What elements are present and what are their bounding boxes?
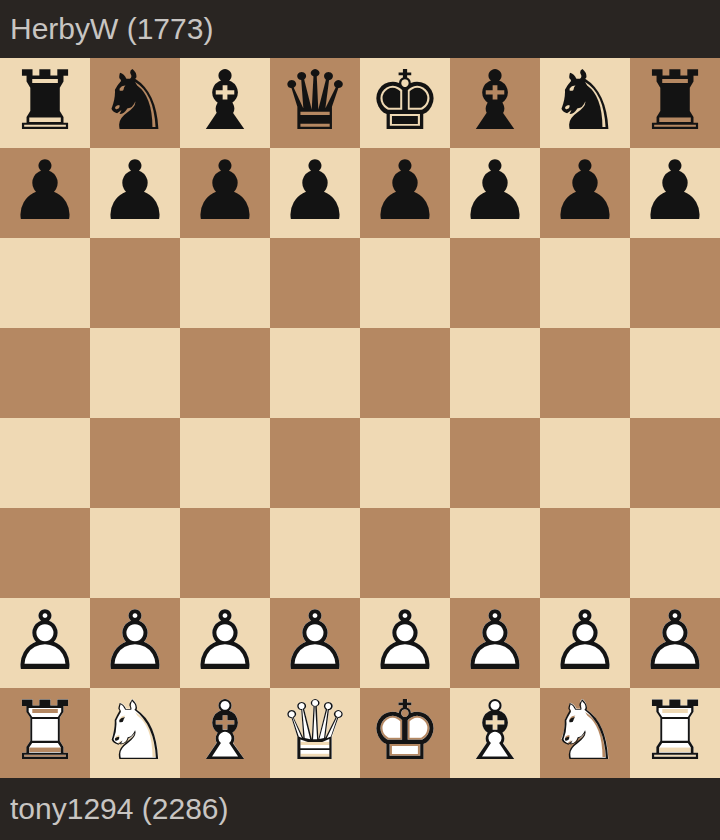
square-h3[interactable] (630, 508, 720, 598)
square-b5[interactable] (90, 328, 180, 418)
square-h1[interactable]: ♜♖ (630, 688, 720, 778)
square-g4[interactable] (540, 418, 630, 508)
white-pawn[interactable]: ♟♙ (0, 598, 90, 688)
square-a1[interactable]: ♜♖ (0, 688, 90, 778)
white-bishop[interactable]: ♝♗ (450, 688, 540, 778)
black-pawn[interactable]: ♟ (360, 148, 450, 238)
square-a6[interactable] (0, 238, 90, 328)
square-g7[interactable]: ♟ (540, 148, 630, 238)
square-g5[interactable] (540, 328, 630, 418)
square-b1[interactable]: ♞♘ (90, 688, 180, 778)
square-a3[interactable] (0, 508, 90, 598)
white-rook[interactable]: ♜♖ (0, 688, 90, 778)
square-g6[interactable] (540, 238, 630, 328)
black-pawn[interactable]: ♟ (540, 148, 630, 238)
black-bishop[interactable]: ♝ (180, 58, 270, 148)
square-e1[interactable]: ♚♔ (360, 688, 450, 778)
black-rook[interactable]: ♜ (0, 58, 90, 148)
square-c5[interactable] (180, 328, 270, 418)
square-c3[interactable] (180, 508, 270, 598)
square-h4[interactable] (630, 418, 720, 508)
square-e8[interactable]: ♚ (360, 58, 450, 148)
black-knight[interactable]: ♞ (90, 58, 180, 148)
square-c2[interactable]: ♟♙ (180, 598, 270, 688)
square-h5[interactable] (630, 328, 720, 418)
square-c1[interactable]: ♝♗ (180, 688, 270, 778)
white-pawn[interactable]: ♟♙ (540, 598, 630, 688)
square-f5[interactable] (450, 328, 540, 418)
square-f2[interactable]: ♟♙ (450, 598, 540, 688)
square-d4[interactable] (270, 418, 360, 508)
square-d5[interactable] (270, 328, 360, 418)
square-e4[interactable] (360, 418, 450, 508)
square-g3[interactable] (540, 508, 630, 598)
square-b3[interactable] (90, 508, 180, 598)
square-b4[interactable] (90, 418, 180, 508)
square-d7[interactable]: ♟ (270, 148, 360, 238)
square-f7[interactable]: ♟ (450, 148, 540, 238)
black-rook[interactable]: ♜ (630, 58, 720, 148)
square-c6[interactable] (180, 238, 270, 328)
chess-app: HerbyW (1773) ♜♞♝♛♚♝♞♜♟♟♟♟♟♟♟♟♟♙♟♙♟♙♟♙♟♙… (0, 0, 720, 840)
black-knight[interactable]: ♞ (540, 58, 630, 148)
bottom-player-name: tony1294 (2286) (10, 792, 229, 826)
square-h7[interactable]: ♟ (630, 148, 720, 238)
black-pawn[interactable]: ♟ (630, 148, 720, 238)
chess-board[interactable]: ♜♞♝♛♚♝♞♜♟♟♟♟♟♟♟♟♟♙♟♙♟♙♟♙♟♙♟♙♟♙♟♙♜♖♞♘♝♗♛♕… (0, 58, 720, 778)
top-player-name: HerbyW (1773) (10, 12, 213, 46)
square-c4[interactable] (180, 418, 270, 508)
square-d2[interactable]: ♟♙ (270, 598, 360, 688)
square-d1[interactable]: ♛♕ (270, 688, 360, 778)
black-pawn[interactable]: ♟ (0, 148, 90, 238)
square-b6[interactable] (90, 238, 180, 328)
square-b8[interactable]: ♞ (90, 58, 180, 148)
bottom-player-bar: tony1294 (2286) (0, 778, 720, 840)
square-b7[interactable]: ♟ (90, 148, 180, 238)
square-h8[interactable]: ♜ (630, 58, 720, 148)
black-king[interactable]: ♚ (360, 58, 450, 148)
white-bishop[interactable]: ♝♗ (180, 688, 270, 778)
square-h2[interactable]: ♟♙ (630, 598, 720, 688)
square-g1[interactable]: ♞♘ (540, 688, 630, 778)
square-g2[interactable]: ♟♙ (540, 598, 630, 688)
square-f1[interactable]: ♝♗ (450, 688, 540, 778)
square-f8[interactable]: ♝ (450, 58, 540, 148)
white-pawn[interactable]: ♟♙ (630, 598, 720, 688)
white-queen[interactable]: ♛♕ (270, 688, 360, 778)
white-pawn[interactable]: ♟♙ (450, 598, 540, 688)
white-pawn[interactable]: ♟♙ (90, 598, 180, 688)
square-h6[interactable] (630, 238, 720, 328)
square-a7[interactable]: ♟ (0, 148, 90, 238)
square-d8[interactable]: ♛ (270, 58, 360, 148)
square-a5[interactable] (0, 328, 90, 418)
square-a2[interactable]: ♟♙ (0, 598, 90, 688)
square-b2[interactable]: ♟♙ (90, 598, 180, 688)
white-pawn[interactable]: ♟♙ (270, 598, 360, 688)
black-pawn[interactable]: ♟ (90, 148, 180, 238)
white-knight[interactable]: ♞♘ (90, 688, 180, 778)
top-player-bar: HerbyW (1773) (0, 0, 720, 58)
square-c7[interactable]: ♟ (180, 148, 270, 238)
square-d6[interactable] (270, 238, 360, 328)
white-pawn[interactable]: ♟♙ (180, 598, 270, 688)
black-pawn[interactable]: ♟ (450, 148, 540, 238)
square-f4[interactable] (450, 418, 540, 508)
white-rook[interactable]: ♜♖ (630, 688, 720, 778)
black-pawn[interactable]: ♟ (180, 148, 270, 238)
black-pawn[interactable]: ♟ (270, 148, 360, 238)
square-e2[interactable]: ♟♙ (360, 598, 450, 688)
square-f6[interactable] (450, 238, 540, 328)
square-a4[interactable] (0, 418, 90, 508)
black-queen[interactable]: ♛ (270, 58, 360, 148)
square-c8[interactable]: ♝ (180, 58, 270, 148)
square-e7[interactable]: ♟ (360, 148, 450, 238)
square-e6[interactable] (360, 238, 450, 328)
square-e3[interactable] (360, 508, 450, 598)
square-f3[interactable] (450, 508, 540, 598)
square-a8[interactable]: ♜ (0, 58, 90, 148)
square-g8[interactable]: ♞ (540, 58, 630, 148)
square-e5[interactable] (360, 328, 450, 418)
white-pawn[interactable]: ♟♙ (360, 598, 450, 688)
white-knight[interactable]: ♞♘ (540, 688, 630, 778)
white-king[interactable]: ♚♔ (360, 688, 450, 778)
square-d3[interactable] (270, 508, 360, 598)
black-bishop[interactable]: ♝ (450, 58, 540, 148)
